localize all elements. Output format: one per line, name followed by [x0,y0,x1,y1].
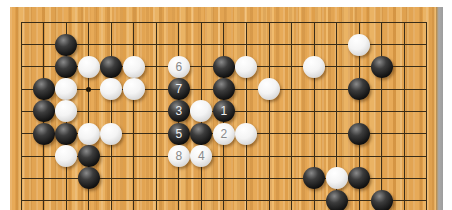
white-stone [55,145,77,167]
white-stone [235,123,257,145]
white-stone [303,56,325,78]
white-stone [78,56,100,78]
white-stone [190,100,212,122]
black-stone [55,56,77,78]
white-stone [348,34,370,56]
white-stone-move-4: 4 [190,145,212,167]
black-stone [55,34,77,56]
white-stone [123,56,145,78]
black-stone-move-7: 7 [168,78,190,100]
black-stone [371,56,393,78]
white-stone [258,78,280,100]
white-stone [100,123,122,145]
black-stone [303,167,325,189]
board-right-edge-shadow [436,7,443,210]
black-stone [371,190,393,210]
white-stone [123,78,145,100]
black-stone [100,56,122,78]
black-stone [78,145,100,167]
white-stone [100,78,122,100]
black-stone [190,123,212,145]
black-stone-move-3: 3 [168,100,190,122]
black-stone [78,167,100,189]
black-stone [348,123,370,145]
white-stone [326,167,348,189]
black-stone [326,190,348,210]
white-stone [55,78,77,100]
black-stone [213,56,235,78]
black-stone [55,123,77,145]
black-stone [213,78,235,100]
black-stone [33,100,55,122]
white-stone [235,56,257,78]
white-stone [55,100,77,122]
white-stone-move-2: 2 [213,123,235,145]
white-stone-move-6: 6 [168,56,190,78]
stones-grid: 67315284 [10,11,438,210]
black-stone-move-5: 5 [168,123,190,145]
black-stone-move-1: 1 [213,100,235,122]
black-stone [33,123,55,145]
go-board[interactable]: 67315284 [10,7,436,210]
black-stone [33,78,55,100]
white-stone [78,123,100,145]
black-stone [348,78,370,100]
go-diagram-screenshot: 67315284 [0,0,452,210]
black-stone [348,167,370,189]
white-stone-move-8: 8 [168,145,190,167]
